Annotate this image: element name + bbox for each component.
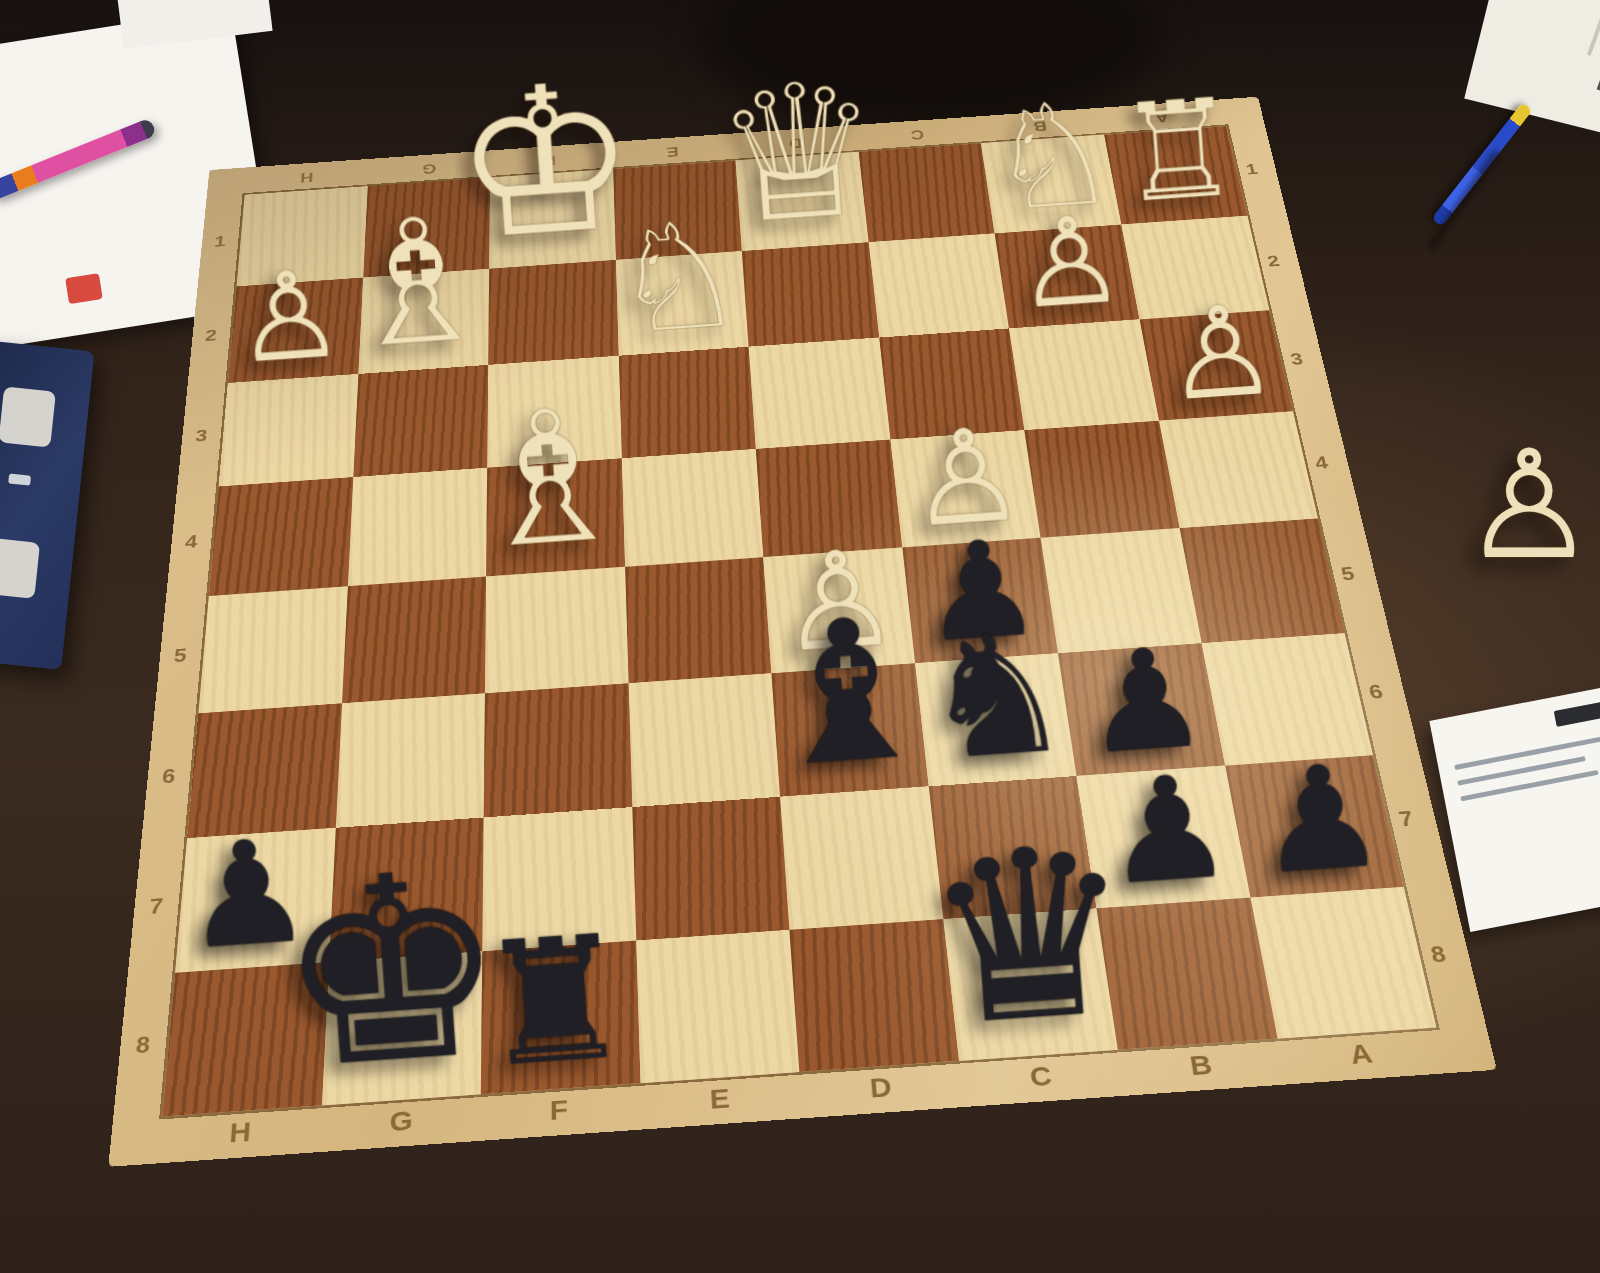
square-f4[interactable]: ♗ — [486, 458, 625, 577]
piece-white-bishop-g2[interactable]: ♗ — [335, 192, 500, 374]
square-f1[interactable]: ♔ — [489, 169, 615, 268]
coord-bottom-b: B — [1188, 1049, 1216, 1082]
square-g4[interactable] — [347, 467, 487, 586]
clock-button — [8, 473, 31, 485]
coord-left-5: 5 — [173, 644, 189, 667]
coord-bottom-h: H — [228, 1116, 253, 1149]
square-d1[interactable]: ♕ — [736, 152, 869, 251]
radiator-slit — [1587, 0, 1600, 56]
square-f8[interactable]: ♜ — [481, 940, 640, 1094]
square-b3[interactable] — [1009, 319, 1159, 429]
coord-right-5: 5 — [1339, 562, 1358, 585]
square-c2[interactable] — [868, 233, 1009, 337]
coord-right-3: 3 — [1289, 349, 1306, 369]
coord-left-6: 6 — [161, 764, 177, 789]
board-perspective: ♔♕♘♖♙♗♘♙♙♗♙♙♟♝♞♟♟♟♟♚♜♛ HHGGFFEEDDCCBBAA1… — [11, 0, 1497, 1167]
square-d6[interactable]: ♝ — [771, 663, 928, 797]
square-f6[interactable] — [484, 683, 632, 818]
square-e6[interactable] — [628, 673, 780, 807]
piece-black-knight-c6[interactable]: ♞ — [916, 607, 1077, 784]
square-a5[interactable] — [1179, 518, 1344, 643]
square-c6[interactable]: ♞ — [915, 653, 1077, 786]
piece-white-pawn-a3[interactable]: ♙ — [1161, 286, 1281, 418]
wall-corner — [1464, 0, 1600, 137]
board-grid: ♔♕♘♖♙♗♘♙♙♗♙♙♟♝♞♟♟♟♟♚♜♛ — [162, 126, 1436, 1116]
square-g6[interactable] — [335, 693, 484, 828]
coord-left-2: 2 — [204, 326, 218, 345]
square-h3[interactable] — [219, 374, 358, 486]
piece-white-rook-a1[interactable]: ♖ — [1114, 80, 1244, 223]
coord-left-1: 1 — [214, 232, 228, 250]
square-e2[interactable]: ♘ — [616, 251, 749, 356]
piece-black-queen-c8[interactable]: ♛ — [917, 814, 1142, 1061]
piece-white-bishop-f4[interactable]: ♗ — [461, 383, 637, 576]
square-a1[interactable]: ♖ — [1104, 126, 1248, 224]
coord-left-3: 3 — [194, 425, 209, 446]
blue-pen — [1431, 102, 1532, 227]
square-a4[interactable] — [1159, 411, 1318, 528]
coord-left-8: 8 — [135, 1031, 153, 1060]
coord-right-8: 8 — [1428, 941, 1449, 969]
piece-white-pawn-b2[interactable]: ♙ — [1011, 198, 1128, 326]
square-e4[interactable] — [621, 449, 763, 567]
coord-top-c: C — [909, 127, 925, 143]
coord-bottom-f: F — [550, 1094, 569, 1127]
clock-dial-left — [0, 386, 56, 447]
coord-right-7: 7 — [1396, 806, 1416, 832]
coord-bottom-d: D — [869, 1071, 894, 1104]
square-e8[interactable] — [636, 929, 800, 1083]
radiator-edge — [1597, 0, 1600, 93]
coord-bottom-e: E — [709, 1082, 731, 1115]
card-header — [1554, 700, 1600, 727]
square-g5[interactable] — [342, 577, 486, 703]
square-f5[interactable] — [485, 567, 628, 693]
coord-right-6: 6 — [1367, 680, 1387, 704]
square-d3[interactable] — [749, 338, 890, 449]
coord-right-4: 4 — [1313, 452, 1331, 474]
square-e7[interactable] — [632, 797, 789, 940]
piece-black-rook-f8[interactable]: ♜ — [473, 912, 637, 1092]
coord-bottom-g: G — [389, 1104, 414, 1137]
coord-top-h: H — [299, 169, 314, 185]
square-a7[interactable]: ♟ — [1225, 755, 1404, 897]
coord-left-4: 4 — [184, 531, 199, 553]
coord-bottom-c: C — [1028, 1060, 1055, 1093]
square-b2[interactable]: ♙ — [995, 224, 1140, 328]
coord-right-1: 1 — [1244, 160, 1260, 178]
square-a8[interactable] — [1250, 886, 1436, 1038]
piece-black-pawn-a7[interactable]: ♟ — [1253, 743, 1391, 894]
coord-right-2: 2 — [1266, 252, 1283, 271]
square-b4[interactable] — [1024, 420, 1179, 537]
card-line — [1460, 770, 1598, 802]
board-tilt-wrapper: ♔♕♘♖♙♗♘♙♙♗♙♙♟♝♞♟♟♟♟♚♜♛ HHGGFFEEDDCCBBAA1… — [11, 0, 1497, 1167]
clock-dial-right — [0, 538, 40, 599]
coord-bottom-a: A — [1347, 1038, 1376, 1071]
piece-white-knight-e2[interactable]: ♘ — [607, 199, 749, 355]
square-d2[interactable] — [742, 242, 879, 347]
square-g8[interactable]: ♚ — [322, 951, 483, 1106]
square-h4[interactable] — [209, 477, 353, 596]
coord-top-e: E — [666, 144, 680, 160]
square-g2[interactable]: ♗ — [358, 268, 489, 374]
square-e3[interactable] — [618, 347, 755, 458]
captured-white-pawn: ♙ — [1462, 420, 1582, 590]
piece-black-bishop-d6[interactable]: ♝ — [753, 589, 941, 796]
coord-left-7: 7 — [148, 893, 165, 920]
piece-white-pawn-h2[interactable]: ♙ — [230, 253, 347, 381]
card-line — [1454, 736, 1600, 770]
square-a3[interactable]: ♙ — [1139, 310, 1293, 420]
coord-top-g: G — [421, 161, 436, 177]
square-h5[interactable] — [198, 586, 347, 713]
square-f2[interactable] — [488, 260, 618, 365]
chess-board: ♔♕♘♖♙♗♘♙♙♗♙♙♟♝♞♟♟♟♟♚♜♛ HHGGFFEEDDCCBBAA1… — [108, 97, 1497, 1167]
square-c8[interactable]: ♛ — [943, 908, 1118, 1061]
square-e5[interactable] — [625, 557, 772, 683]
